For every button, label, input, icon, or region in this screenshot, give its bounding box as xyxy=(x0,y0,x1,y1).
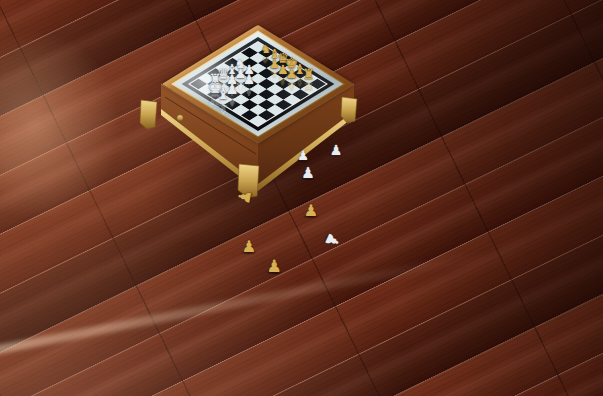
reflection-B: ♝ xyxy=(217,102,231,114)
floor-piece-gold-P-6[interactable]: ♟ xyxy=(236,189,254,206)
reflection-R: ♜ xyxy=(302,81,315,92)
reflection-P: ♟ xyxy=(286,81,298,91)
piece-gold-R-g8[interactable]: ♜ xyxy=(302,67,315,81)
floor-piece-gold-P-4[interactable]: ♟ xyxy=(242,239,256,255)
photo-scene: ♞♞♝♝♛♛♚♚♝♝♜♜♟♟♟♟♟♟♞♞♟♟♝♝♟♟♟♟♛♛♟♟♜♜♟♟♚♚♝♝… xyxy=(0,0,603,396)
floor-piece-silver-P-2[interactable]: ♟ xyxy=(330,143,343,157)
floor-piece-gold-P-5[interactable]: ♟ xyxy=(266,258,281,275)
piece-silver-B-d1[interactable]: ♝ xyxy=(217,87,231,103)
piece-silver-P-d4[interactable]: ♟ xyxy=(243,73,255,86)
reflection-P: ♟ xyxy=(243,86,255,97)
floor-piece-silver-P-1[interactable]: ♟ xyxy=(301,166,314,181)
piece-gold-P-f7[interactable]: ♟ xyxy=(286,68,298,81)
floor-piece-gold-P-3[interactable]: ♟ xyxy=(304,203,318,219)
floor-piece-silver-P-0[interactable]: ♟ xyxy=(297,149,309,162)
